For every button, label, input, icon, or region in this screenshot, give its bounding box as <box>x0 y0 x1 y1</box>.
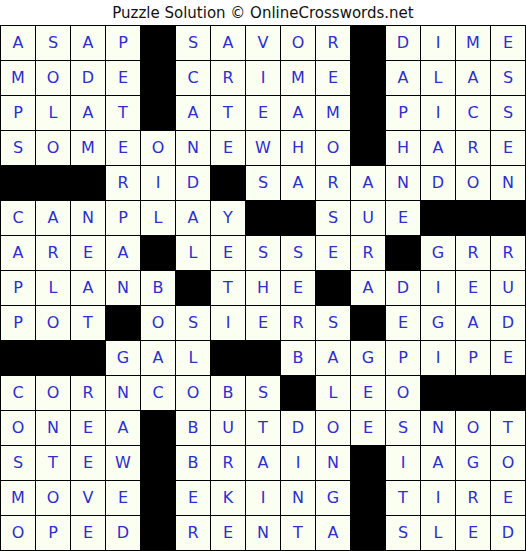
letter-cell-r14-c15: E <box>491 481 525 515</box>
letter-cell-r2-c10: E <box>316 61 350 95</box>
letter-cell-r15-c10: A <box>316 516 350 550</box>
letter-cell-r7-c3: E <box>71 236 105 270</box>
letter-cell-r4-c2: O <box>36 131 70 165</box>
letter-cell-r6-c2: A <box>36 201 70 235</box>
letter-cell-r12-c12: S <box>386 411 420 445</box>
letter-cell-r1-c1: A <box>1 26 35 60</box>
page-title: Puzzle Solution © OnlineCrosswords.net <box>0 0 526 25</box>
letter-cell-r1-c2: S <box>36 26 70 60</box>
letter-cell-r6-c6: A <box>176 201 210 235</box>
letter-cell-r4-c14: R <box>456 131 490 165</box>
letter-cell-r3-c9: A <box>281 96 315 130</box>
letter-cell-r14-c4: E <box>106 481 140 515</box>
letter-cell-r8-c5: B <box>141 271 175 305</box>
letter-cell-r12-c10: O <box>316 411 350 445</box>
letter-cell-r13-c7: R <box>211 446 245 480</box>
black-cell-r9-c4 <box>106 306 140 340</box>
black-cell-r5-c1 <box>1 166 35 200</box>
letter-cell-r2-c14: A <box>456 61 490 95</box>
letter-cell-r9-c12: E <box>386 306 420 340</box>
crossword-grid: ASAPSAVORDIMEMODECRIMEALASPLATATEAMPICSS… <box>0 25 526 551</box>
letter-cell-r13-c9: I <box>281 446 315 480</box>
black-cell-r15-c11 <box>351 516 385 550</box>
letter-cell-r12-c6: B <box>176 411 210 445</box>
letter-cell-r6-c7: Y <box>211 201 245 235</box>
letter-cell-r6-c5: L <box>141 201 175 235</box>
letter-cell-r2-c4: E <box>106 61 140 95</box>
letter-cell-r4-c6: N <box>176 131 210 165</box>
black-cell-r8-c6 <box>176 271 210 305</box>
letter-cell-r7-c13: G <box>421 236 455 270</box>
letter-cell-r11-c6: O <box>176 376 210 410</box>
letter-cell-r1-c6: S <box>176 26 210 60</box>
letter-cell-r1-c3: A <box>71 26 105 60</box>
letter-cell-r5-c9: A <box>281 166 315 200</box>
letter-cell-r14-c3: V <box>71 481 105 515</box>
letter-cell-r8-c9: E <box>281 271 315 305</box>
letter-cell-r12-c9: D <box>281 411 315 445</box>
letter-cell-r9-c15: D <box>491 306 525 340</box>
letter-cell-r9-c6: S <box>176 306 210 340</box>
letter-cell-r1-c14: M <box>456 26 490 60</box>
letter-cell-r1-c7: A <box>211 26 245 60</box>
letter-cell-r1-c12: D <box>386 26 420 60</box>
letter-cell-r10-c14: P <box>456 341 490 375</box>
black-cell-r5-c7 <box>211 166 245 200</box>
letter-cell-r10-c11: G <box>351 341 385 375</box>
letter-cell-r15-c15: D <box>491 516 525 550</box>
letter-cell-r3-c2: L <box>36 96 70 130</box>
letter-cell-r10-c12: P <box>386 341 420 375</box>
letter-cell-r5-c11: A <box>351 166 385 200</box>
letter-cell-r2-c12: A <box>386 61 420 95</box>
black-cell-r6-c15 <box>491 201 525 235</box>
letter-cell-r4-c3: M <box>71 131 105 165</box>
black-cell-r10-c8 <box>246 341 280 375</box>
black-cell-r1-c11 <box>351 26 385 60</box>
letter-cell-r8-c4: N <box>106 271 140 305</box>
letter-cell-r3-c15: S <box>491 96 525 130</box>
black-cell-r6-c9 <box>281 201 315 235</box>
letter-cell-r3-c6: A <box>176 96 210 130</box>
black-cell-r6-c14 <box>456 201 490 235</box>
letter-cell-r8-c1: P <box>1 271 35 305</box>
black-cell-r15-c5 <box>141 516 175 550</box>
letter-cell-r13-c4: W <box>106 446 140 480</box>
letter-cell-r9-c13: G <box>421 306 455 340</box>
letter-cell-r14-c6: E <box>176 481 210 515</box>
letter-cell-r11-c10: L <box>316 376 350 410</box>
letter-cell-r12-c13: N <box>421 411 455 445</box>
letter-cell-r13-c10: N <box>316 446 350 480</box>
letter-cell-r4-c7: E <box>211 131 245 165</box>
black-cell-r5-c3 <box>71 166 105 200</box>
letter-cell-r3-c8: E <box>246 96 280 130</box>
black-cell-r2-c5 <box>141 61 175 95</box>
letter-cell-r14-c8: I <box>246 481 280 515</box>
letter-cell-r1-c8: V <box>246 26 280 60</box>
letter-cell-r15-c8: N <box>246 516 280 550</box>
letter-cell-r2-c3: D <box>71 61 105 95</box>
letter-cell-r4-c12: H <box>386 131 420 165</box>
letter-cell-r2-c6: C <box>176 61 210 95</box>
letter-cell-r3-c7: T <box>211 96 245 130</box>
black-cell-r6-c8 <box>246 201 280 235</box>
letter-cell-r15-c1: O <box>1 516 35 550</box>
letter-cell-r9-c7: I <box>211 306 245 340</box>
letter-cell-r1-c10: R <box>316 26 350 60</box>
letter-cell-r13-c13: A <box>421 446 455 480</box>
black-cell-r10-c1 <box>1 341 35 375</box>
black-cell-r14-c11 <box>351 481 385 515</box>
black-cell-r3-c11 <box>351 96 385 130</box>
letter-cell-r8-c11: A <box>351 271 385 305</box>
letter-cell-r10-c10: A <box>316 341 350 375</box>
letter-cell-r5-c4: R <box>106 166 140 200</box>
black-cell-r8-c10 <box>316 271 350 305</box>
letter-cell-r12-c8: T <box>246 411 280 445</box>
letter-cell-r10-c15: E <box>491 341 525 375</box>
letter-cell-r12-c15: T <box>491 411 525 445</box>
black-cell-r10-c2 <box>36 341 70 375</box>
letter-cell-r2-c9: M <box>281 61 315 95</box>
letter-cell-r14-c12: T <box>386 481 420 515</box>
letter-cell-r7-c6: L <box>176 236 210 270</box>
letter-cell-r2-c8: I <box>246 61 280 95</box>
letter-cell-r7-c4: A <box>106 236 140 270</box>
letter-cell-r13-c1: S <box>1 446 35 480</box>
letter-cell-r7-c14: R <box>456 236 490 270</box>
letter-cell-r1-c4: P <box>106 26 140 60</box>
letter-cell-r5-c15: N <box>491 166 525 200</box>
letter-cell-r11-c1: C <box>1 376 35 410</box>
letter-cell-r7-c7: E <box>211 236 245 270</box>
black-cell-r10-c3 <box>71 341 105 375</box>
letter-cell-r8-c2: L <box>36 271 70 305</box>
letter-cell-r12-c7: U <box>211 411 245 445</box>
letter-cell-r9-c9: R <box>281 306 315 340</box>
letter-cell-r2-c15: S <box>491 61 525 95</box>
letter-cell-r14-c13: I <box>421 481 455 515</box>
letter-cell-r6-c3: N <box>71 201 105 235</box>
letter-cell-r7-c9: S <box>281 236 315 270</box>
letter-cell-r7-c8: S <box>246 236 280 270</box>
letter-cell-r5-c10: R <box>316 166 350 200</box>
letter-cell-r15-c3: E <box>71 516 105 550</box>
letter-cell-r11-c4: N <box>106 376 140 410</box>
letter-cell-r11-c8: S <box>246 376 280 410</box>
black-cell-r11-c9 <box>281 376 315 410</box>
letter-cell-r14-c14: R <box>456 481 490 515</box>
black-cell-r2-c11 <box>351 61 385 95</box>
letter-cell-r11-c12: O <box>386 376 420 410</box>
letter-cell-r5-c14: O <box>456 166 490 200</box>
letter-cell-r10-c5: A <box>141 341 175 375</box>
black-cell-r12-c5 <box>141 411 175 445</box>
letter-cell-r2-c2: O <box>36 61 70 95</box>
letter-cell-r13-c8: A <box>246 446 280 480</box>
letter-cell-r11-c7: B <box>211 376 245 410</box>
letter-cell-r6-c4: P <box>106 201 140 235</box>
black-cell-r1-c5 <box>141 26 175 60</box>
black-cell-r3-c5 <box>141 96 175 130</box>
letter-cell-r3-c10: M <box>316 96 350 130</box>
letter-cell-r6-c11: U <box>351 201 385 235</box>
letter-cell-r13-c15: O <box>491 446 525 480</box>
letter-cell-r4-c8: W <box>246 131 280 165</box>
letter-cell-r9-c8: E <box>246 306 280 340</box>
letter-cell-r13-c12: I <box>386 446 420 480</box>
black-cell-r7-c5 <box>141 236 175 270</box>
letter-cell-r9-c10: S <box>316 306 350 340</box>
letter-cell-r5-c13: D <box>421 166 455 200</box>
letter-cell-r8-c7: T <box>211 271 245 305</box>
letter-cell-r14-c10: G <box>316 481 350 515</box>
letter-cell-r12-c11: E <box>351 411 385 445</box>
letter-cell-r1-c15: E <box>491 26 525 60</box>
letter-cell-r4-c4: E <box>106 131 140 165</box>
letter-cell-r12-c14: O <box>456 411 490 445</box>
letter-cell-r11-c2: O <box>36 376 70 410</box>
letter-cell-r3-c14: C <box>456 96 490 130</box>
letter-cell-r11-c5: C <box>141 376 175 410</box>
letter-cell-r3-c4: T <box>106 96 140 130</box>
letter-cell-r9-c14: A <box>456 306 490 340</box>
letter-cell-r3-c1: P <box>1 96 35 130</box>
letter-cell-r4-c10: O <box>316 131 350 165</box>
letter-cell-r15-c6: R <box>176 516 210 550</box>
letter-cell-r3-c13: I <box>421 96 455 130</box>
letter-cell-r7-c1: A <box>1 236 35 270</box>
letter-cell-r6-c10: S <box>316 201 350 235</box>
black-cell-r5-c2 <box>36 166 70 200</box>
letter-cell-r10-c13: I <box>421 341 455 375</box>
letter-cell-r5-c5: I <box>141 166 175 200</box>
letter-cell-r13-c14: G <box>456 446 490 480</box>
letter-cell-r13-c3: E <box>71 446 105 480</box>
letter-cell-r7-c10: E <box>316 236 350 270</box>
letter-cell-r4-c13: A <box>421 131 455 165</box>
letter-cell-r8-c13: I <box>421 271 455 305</box>
letter-cell-r14-c1: M <box>1 481 35 515</box>
letter-cell-r3-c12: P <box>386 96 420 130</box>
letter-cell-r3-c3: A <box>71 96 105 130</box>
black-cell-r14-c5 <box>141 481 175 515</box>
letter-cell-r7-c11: R <box>351 236 385 270</box>
letter-cell-r1-c9: O <box>281 26 315 60</box>
letter-cell-r15-c13: L <box>421 516 455 550</box>
black-cell-r13-c5 <box>141 446 175 480</box>
letter-cell-r15-c14: E <box>456 516 490 550</box>
letter-cell-r4-c5: O <box>141 131 175 165</box>
letter-cell-r8-c12: D <box>386 271 420 305</box>
letter-cell-r6-c1: C <box>1 201 35 235</box>
letter-cell-r8-c8: H <box>246 271 280 305</box>
letter-cell-r7-c15: R <box>491 236 525 270</box>
letter-cell-r8-c14: E <box>456 271 490 305</box>
letter-cell-r5-c12: N <box>386 166 420 200</box>
letter-cell-r5-c8: S <box>246 166 280 200</box>
letter-cell-r4-c1: S <box>1 131 35 165</box>
letter-cell-r7-c2: R <box>36 236 70 270</box>
letter-cell-r12-c4: A <box>106 411 140 445</box>
letter-cell-r13-c6: B <box>176 446 210 480</box>
letter-cell-r12-c1: O <box>1 411 35 445</box>
black-cell-r11-c14 <box>456 376 490 410</box>
letter-cell-r9-c1: P <box>1 306 35 340</box>
letter-cell-r1-c13: I <box>421 26 455 60</box>
letter-cell-r14-c9: N <box>281 481 315 515</box>
letter-cell-r15-c7: E <box>211 516 245 550</box>
letter-cell-r11-c3: R <box>71 376 105 410</box>
letter-cell-r15-c2: P <box>36 516 70 550</box>
letter-cell-r12-c3: E <box>71 411 105 445</box>
black-cell-r4-c11 <box>351 131 385 165</box>
letter-cell-r9-c5: O <box>141 306 175 340</box>
black-cell-r7-c12 <box>386 236 420 270</box>
letter-cell-r9-c2: O <box>36 306 70 340</box>
letter-cell-r9-c3: T <box>71 306 105 340</box>
letter-cell-r4-c15: E <box>491 131 525 165</box>
letter-cell-r13-c2: T <box>36 446 70 480</box>
letter-cell-r10-c4: G <box>106 341 140 375</box>
letter-cell-r12-c2: N <box>36 411 70 445</box>
letter-cell-r11-c11: E <box>351 376 385 410</box>
letter-cell-r8-c15: U <box>491 271 525 305</box>
letter-cell-r2-c1: M <box>1 61 35 95</box>
black-cell-r10-c7 <box>211 341 245 375</box>
black-cell-r9-c11 <box>351 306 385 340</box>
letter-cell-r4-c9: H <box>281 131 315 165</box>
letter-cell-r6-c12: E <box>386 201 420 235</box>
letter-cell-r14-c7: K <box>211 481 245 515</box>
letter-cell-r2-c13: L <box>421 61 455 95</box>
letter-cell-r14-c2: O <box>36 481 70 515</box>
letter-cell-r8-c3: A <box>71 271 105 305</box>
letter-cell-r5-c6: D <box>176 166 210 200</box>
black-cell-r11-c15 <box>491 376 525 410</box>
letter-cell-r2-c7: R <box>211 61 245 95</box>
letter-cell-r15-c9: T <box>281 516 315 550</box>
black-cell-r6-c13 <box>421 201 455 235</box>
black-cell-r11-c13 <box>421 376 455 410</box>
letter-cell-r10-c6: L <box>176 341 210 375</box>
letter-cell-r15-c12: S <box>386 516 420 550</box>
letter-cell-r10-c9: B <box>281 341 315 375</box>
black-cell-r13-c11 <box>351 446 385 480</box>
letter-cell-r15-c4: D <box>106 516 140 550</box>
